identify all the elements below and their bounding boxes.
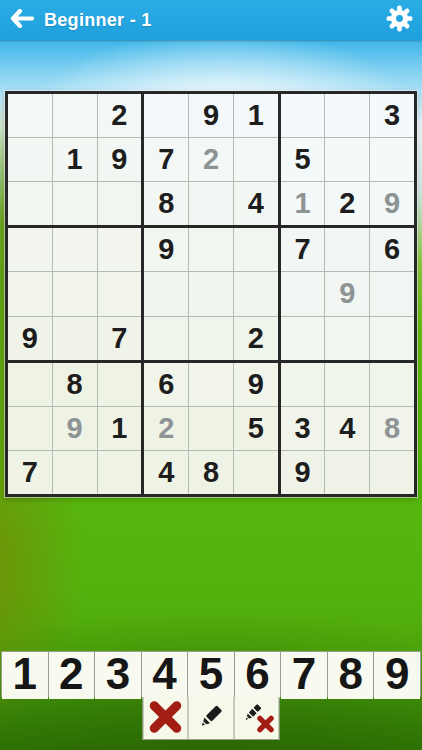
cell-r8c3[interactable]: 1: [98, 407, 142, 450]
board-box-5: 92: [144, 228, 277, 359]
cell-r9c3[interactable]: [98, 451, 142, 494]
cell-r2c6[interactable]: [234, 138, 278, 181]
cell-r5c3[interactable]: [98, 272, 142, 315]
cell-r6c5[interactable]: [189, 317, 233, 360]
erase-pencil-marks-button[interactable]: [234, 697, 278, 739]
cell-r7c9[interactable]: [370, 363, 414, 406]
cell-r8c8[interactable]: 4: [325, 407, 369, 450]
cell-r1c6[interactable]: 1: [234, 94, 278, 137]
cell-r1c4[interactable]: [144, 94, 188, 137]
board-box-4: 97: [8, 228, 141, 359]
cell-r1c3[interactable]: 2: [98, 94, 142, 137]
cell-r4c5[interactable]: [189, 228, 233, 271]
cell-r3c6[interactable]: 4: [234, 182, 278, 225]
cell-r3c5[interactable]: [189, 182, 233, 225]
pencil-icon: [195, 701, 227, 736]
cell-r8c2[interactable]: 9: [53, 407, 97, 450]
cell-r1c2[interactable]: [53, 94, 97, 137]
numpad-key-4[interactable]: 4: [142, 652, 188, 699]
cell-r5c7[interactable]: [281, 272, 325, 315]
cell-r6c9[interactable]: [370, 317, 414, 360]
cell-r5c8[interactable]: 9: [325, 272, 369, 315]
back-arrow-icon: [10, 9, 34, 31]
cell-r3c1[interactable]: [8, 182, 52, 225]
cell-r2c5[interactable]: 2: [189, 138, 233, 181]
cell-r4c4[interactable]: 9: [144, 228, 188, 271]
cell-r8c1[interactable]: [8, 407, 52, 450]
cell-r9c9[interactable]: [370, 451, 414, 494]
cell-r7c5[interactable]: [189, 363, 233, 406]
cell-r6c6[interactable]: 2: [234, 317, 278, 360]
pencil-mode-button[interactable]: [189, 697, 233, 739]
cell-r7c7[interactable]: [281, 363, 325, 406]
cell-r7c2[interactable]: 8: [53, 363, 97, 406]
cell-r7c6[interactable]: 9: [234, 363, 278, 406]
numpad-key-3[interactable]: 3: [95, 652, 141, 699]
small-red-x-icon: [256, 715, 274, 736]
cell-r3c2[interactable]: [53, 182, 97, 225]
sudoku-app: Beginner - 1: [0, 0, 422, 750]
page-title: Beginner - 1: [44, 10, 152, 31]
board-box-2: 917284: [144, 94, 277, 225]
cell-r3c4[interactable]: 8: [144, 182, 188, 225]
numpad-key-6[interactable]: 6: [235, 652, 281, 699]
numpad-key-8[interactable]: 8: [328, 652, 374, 699]
cell-r8c5[interactable]: [189, 407, 233, 450]
cell-r3c8[interactable]: 2: [325, 182, 369, 225]
board-box-8: 692548: [144, 363, 277, 494]
board-box-1: 219: [8, 94, 141, 225]
numpad-key-7[interactable]: 7: [281, 652, 327, 699]
cell-r6c3[interactable]: 7: [98, 317, 142, 360]
cell-r8c4[interactable]: 2: [144, 407, 188, 450]
cell-r3c3[interactable]: [98, 182, 142, 225]
cell-r2c4[interactable]: 7: [144, 138, 188, 181]
cell-r7c3[interactable]: [98, 363, 142, 406]
cell-r5c4[interactable]: [144, 272, 188, 315]
cell-r2c9[interactable]: [370, 138, 414, 181]
numpad-key-1[interactable]: 1: [2, 652, 48, 699]
cell-r1c9[interactable]: 3: [370, 94, 414, 137]
cell-r4c3[interactable]: [98, 228, 142, 271]
delete-button[interactable]: [144, 697, 188, 739]
cell-r9c7[interactable]: 9: [281, 451, 325, 494]
board-box-3: 35129: [281, 94, 414, 225]
cell-r1c5[interactable]: 9: [189, 94, 233, 137]
red-x-icon: [148, 699, 184, 738]
numpad-key-2[interactable]: 2: [49, 652, 95, 699]
numpad-key-9[interactable]: 9: [374, 652, 420, 699]
cell-r4c8[interactable]: [325, 228, 369, 271]
cell-r4c6[interactable]: [234, 228, 278, 271]
cell-r9c6[interactable]: [234, 451, 278, 494]
cell-r3c9[interactable]: 9: [370, 182, 414, 225]
cell-r6c2[interactable]: [53, 317, 97, 360]
cell-r9c8[interactable]: [325, 451, 369, 494]
cell-r9c4[interactable]: 4: [144, 451, 188, 494]
tool-bar: [143, 697, 280, 740]
cell-r1c8[interactable]: [325, 94, 369, 137]
app-bar: Beginner - 1: [0, 0, 422, 40]
cell-r6c1[interactable]: 9: [8, 317, 52, 360]
board-box-6: 769: [281, 228, 414, 359]
cell-r5c1[interactable]: [8, 272, 52, 315]
settings-button[interactable]: [376, 0, 422, 40]
cell-r2c8[interactable]: [325, 138, 369, 181]
cell-r4c9[interactable]: 6: [370, 228, 414, 271]
cell-r7c4[interactable]: 6: [144, 363, 188, 406]
cell-r6c8[interactable]: [325, 317, 369, 360]
cell-r3c7[interactable]: 1: [281, 182, 325, 225]
cell-r5c2[interactable]: [53, 272, 97, 315]
cell-r1c1[interactable]: [8, 94, 52, 137]
cell-r4c1[interactable]: [8, 228, 52, 271]
cell-r8c6[interactable]: 5: [234, 407, 278, 450]
cell-r6c4[interactable]: [144, 317, 188, 360]
cell-r7c1[interactable]: [8, 363, 52, 406]
cell-r7c8[interactable]: [325, 363, 369, 406]
cell-r4c7[interactable]: 7: [281, 228, 325, 271]
cell-r2c1[interactable]: [8, 138, 52, 181]
board-box-9: 3489: [281, 363, 414, 494]
number-pad: 123456789: [1, 651, 421, 697]
cell-r2c7[interactable]: 5: [281, 138, 325, 181]
cell-r2c2[interactable]: 1: [53, 138, 97, 181]
cell-r5c5[interactable]: [189, 272, 233, 315]
cell-r5c9[interactable]: [370, 272, 414, 315]
cell-r1c7[interactable]: [281, 94, 325, 137]
cell-r2c3[interactable]: 9: [98, 138, 142, 181]
cell-r6c7[interactable]: [281, 317, 325, 360]
back-button[interactable]: [0, 0, 44, 40]
cell-r5c6[interactable]: [234, 272, 278, 315]
gear-icon: [386, 5, 413, 35]
sudoku-board: 219 917284 35129 97 92 769 8917 692548 3…: [5, 91, 417, 497]
pencil-with-red-x-icon: [239, 701, 273, 735]
cell-r8c7[interactable]: 3: [281, 407, 325, 450]
cell-r9c2[interactable]: [53, 451, 97, 494]
board-box-7: 8917: [8, 363, 141, 494]
cell-r9c5[interactable]: 8: [189, 451, 233, 494]
cell-r9c1[interactable]: 7: [8, 451, 52, 494]
numpad-key-5[interactable]: 5: [188, 652, 234, 699]
cell-r4c2[interactable]: [53, 228, 97, 271]
cell-r8c9[interactable]: 8: [370, 407, 414, 450]
